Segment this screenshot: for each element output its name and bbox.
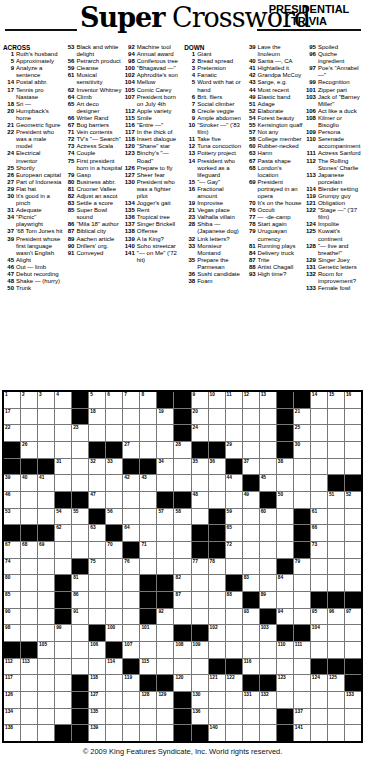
grid-cell[interactable]: 58 — [174, 509, 190, 525]
grid-cell[interactable]: 66 — [311, 525, 327, 541]
grid-cell[interactable]: 81 — [72, 575, 88, 591]
grid-cell[interactable] — [294, 659, 310, 675]
grid-cell[interactable] — [140, 709, 156, 725]
grid-cell[interactable]: 36 — [209, 459, 225, 475]
grid-cell[interactable]: 87 — [174, 592, 190, 608]
grid-cell[interactable]: 129 — [157, 692, 173, 708]
grid-cell[interactable] — [209, 609, 225, 625]
grid-cell[interactable]: 65 — [226, 525, 242, 541]
grid-cell[interactable]: 71 — [140, 542, 156, 558]
grid-cell[interactable] — [260, 442, 276, 458]
grid-cell[interactable] — [89, 575, 105, 591]
grid-cell[interactable]: 38 — [277, 459, 293, 475]
grid-cell[interactable]: 50 — [277, 492, 293, 508]
grid-cell[interactable]: 84 — [277, 575, 293, 591]
grid-cell[interactable]: 3 — [38, 392, 54, 408]
grid-cell[interactable] — [311, 725, 327, 741]
grid-cell[interactable] — [157, 625, 173, 641]
grid-cell[interactable] — [106, 409, 122, 425]
grid-cell[interactable] — [311, 409, 327, 425]
grid-cell[interactable] — [311, 459, 327, 475]
grid-cell[interactable] — [311, 492, 327, 508]
grid-cell[interactable] — [38, 659, 54, 675]
grid-cell[interactable] — [311, 642, 327, 658]
grid-cell[interactable] — [243, 559, 259, 575]
grid-cell[interactable] — [140, 492, 156, 508]
grid-cell[interactable] — [21, 725, 37, 741]
grid-cell[interactable] — [243, 509, 259, 525]
grid-cell[interactable] — [38, 559, 54, 575]
grid-cell[interactable] — [192, 509, 208, 525]
grid-cell[interactable]: 138 — [4, 725, 20, 741]
grid-cell[interactable]: 131 — [243, 692, 259, 708]
grid-cell[interactable] — [123, 625, 139, 641]
grid-cell[interactable]: 53 — [4, 509, 20, 525]
grid-cell[interactable] — [209, 425, 225, 441]
grid-cell[interactable] — [140, 442, 156, 458]
grid-cell[interactable]: 133 — [345, 692, 361, 708]
grid-cell[interactable] — [157, 475, 173, 491]
grid-cell[interactable]: 2 — [21, 392, 37, 408]
grid-cell[interactable]: 104 — [311, 625, 327, 641]
grid-cell[interactable] — [328, 725, 344, 741]
grid-cell[interactable]: 39 — [4, 475, 20, 491]
grid-cell[interactable]: 67 — [4, 542, 20, 558]
grid-cell[interactable]: 86 — [72, 592, 88, 608]
grid-cell[interactable]: 91 — [72, 609, 88, 625]
grid-cell[interactable] — [157, 559, 173, 575]
grid-cell[interactable]: 68 — [21, 542, 37, 558]
grid-cell[interactable] — [294, 575, 310, 591]
grid-cell[interactable]: 34 — [157, 459, 173, 475]
grid-cell[interactable]: 100 — [106, 625, 122, 641]
grid-cell[interactable]: 102 — [209, 625, 225, 641]
grid-cell[interactable]: 137 — [294, 709, 310, 725]
grid-cell[interactable]: 125 — [328, 675, 344, 691]
grid-cell[interactable]: 10 — [209, 392, 225, 408]
grid-cell[interactable]: 43 — [140, 475, 156, 491]
grid-cell[interactable] — [89, 659, 105, 675]
grid-cell[interactable] — [140, 509, 156, 525]
grid-cell[interactable] — [294, 459, 310, 475]
grid-cell[interactable]: 27 — [123, 442, 139, 458]
grid-cell[interactable]: 57 — [157, 509, 173, 525]
grid-cell[interactable] — [38, 575, 54, 591]
grid-cell[interactable] — [192, 659, 208, 675]
grid-cell[interactable]: 109 — [192, 642, 208, 658]
grid-cell[interactable] — [328, 459, 344, 475]
grid-cell[interactable] — [21, 509, 37, 525]
grid-cell[interactable] — [38, 409, 54, 425]
grid-cell[interactable] — [345, 709, 361, 725]
grid-cell[interactable] — [123, 592, 139, 608]
grid-cell[interactable] — [311, 475, 327, 491]
grid-cell[interactable]: 32 — [89, 459, 105, 475]
grid-cell[interactable] — [140, 642, 156, 658]
grid-cell[interactable] — [106, 692, 122, 708]
grid-cell[interactable]: 61 — [311, 509, 327, 525]
grid-cell[interactable] — [192, 675, 208, 691]
grid-cell[interactable] — [192, 575, 208, 591]
grid-cell[interactable] — [38, 425, 54, 441]
grid-cell[interactable] — [55, 542, 71, 558]
grid-cell[interactable]: 35 — [192, 459, 208, 475]
grid-cell[interactable]: 116 — [243, 659, 259, 675]
grid-cell[interactable] — [123, 575, 139, 591]
grid-cell[interactable] — [328, 642, 344, 658]
grid-cell[interactable] — [345, 559, 361, 575]
grid-cell[interactable]: 7 — [123, 392, 139, 408]
grid-cell[interactable]: 13 — [260, 392, 276, 408]
grid-cell[interactable] — [157, 525, 173, 541]
grid-cell[interactable] — [328, 425, 344, 441]
grid-cell[interactable] — [243, 725, 259, 741]
grid-cell[interactable]: 110 — [277, 642, 293, 658]
grid-cell[interactable]: 55 — [72, 509, 88, 525]
grid-cell[interactable]: 90 — [4, 609, 20, 625]
grid-cell[interactable]: 64 — [123, 525, 139, 541]
grid-cell[interactable] — [277, 692, 293, 708]
grid-cell[interactable] — [21, 492, 37, 508]
grid-cell[interactable] — [38, 725, 54, 741]
grid-cell[interactable]: 124 — [311, 675, 327, 691]
grid-cell[interactable] — [277, 592, 293, 608]
grid-cell[interactable] — [209, 575, 225, 591]
grid-cell[interactable]: 140 — [209, 725, 225, 741]
grid-cell[interactable] — [38, 692, 54, 708]
grid-cell[interactable]: 73 — [311, 542, 327, 558]
grid-cell[interactable] — [311, 709, 327, 725]
grid-cell[interactable]: 29 — [226, 442, 242, 458]
grid-cell[interactable]: 141 — [294, 725, 310, 741]
grid-cell[interactable] — [21, 559, 37, 575]
grid-cell[interactable] — [328, 709, 344, 725]
grid-cell[interactable]: 89 — [260, 592, 276, 608]
grid-cell[interactable]: 54 — [55, 509, 71, 525]
grid-cell[interactable] — [72, 525, 88, 541]
grid-cell[interactable] — [106, 475, 122, 491]
grid-cell[interactable]: 25 — [294, 425, 310, 441]
grid-cell[interactable] — [21, 709, 37, 725]
grid-cell[interactable] — [277, 659, 293, 675]
grid-cell[interactable] — [294, 609, 310, 625]
grid-cell[interactable]: 105 — [38, 642, 54, 658]
grid-cell[interactable] — [328, 409, 344, 425]
grid-cell[interactable] — [260, 659, 276, 675]
grid-cell[interactable] — [226, 425, 242, 441]
grid-cell[interactable]: 9 — [192, 392, 208, 408]
grid-cell[interactable] — [328, 559, 344, 575]
grid-cell[interactable] — [277, 542, 293, 558]
grid-cell[interactable] — [209, 692, 225, 708]
grid-cell[interactable] — [89, 475, 105, 491]
grid-cell[interactable] — [277, 475, 293, 491]
grid-cell[interactable] — [106, 559, 122, 575]
grid-cell[interactable]: 76 — [123, 559, 139, 575]
grid-cell[interactable] — [89, 542, 105, 558]
grid-cell[interactable]: 59 — [226, 509, 242, 525]
grid-cell[interactable]: 74 — [4, 559, 20, 575]
grid-cell[interactable] — [260, 642, 276, 658]
grid-cell[interactable] — [328, 525, 344, 541]
grid-cell[interactable] — [72, 475, 88, 491]
grid-cell[interactable] — [345, 525, 361, 541]
grid-cell[interactable] — [38, 492, 54, 508]
grid-cell[interactable] — [174, 559, 190, 575]
grid-cell[interactable] — [345, 409, 361, 425]
grid-cell[interactable] — [209, 709, 225, 725]
grid-cell[interactable]: 48 — [192, 492, 208, 508]
grid-cell[interactable] — [174, 475, 190, 491]
grid-cell[interactable]: 122 — [226, 675, 242, 691]
grid-cell[interactable] — [140, 425, 156, 441]
grid-cell[interactable] — [72, 625, 88, 641]
grid-cell[interactable]: 115 — [140, 659, 156, 675]
grid-cell[interactable]: 60 — [260, 509, 276, 525]
grid-cell[interactable] — [123, 409, 139, 425]
grid-cell[interactable]: 94 — [277, 609, 293, 625]
grid-cell[interactable] — [106, 725, 122, 741]
grid-cell[interactable]: 46 — [4, 492, 20, 508]
grid-cell[interactable] — [157, 442, 173, 458]
grid-cell[interactable] — [157, 642, 173, 658]
grid-cell[interactable]: 4 — [55, 392, 71, 408]
grid-cell[interactable] — [294, 592, 310, 608]
grid-cell[interactable] — [243, 542, 259, 558]
grid-cell[interactable] — [38, 609, 54, 625]
grid-cell[interactable]: 96 — [328, 609, 344, 625]
grid-cell[interactable]: 5 — [89, 392, 105, 408]
grid-cell[interactable] — [243, 425, 259, 441]
grid-cell[interactable]: 45 — [260, 475, 276, 491]
grid-cell[interactable]: 44 — [226, 475, 242, 491]
grid-cell[interactable] — [345, 625, 361, 641]
grid-cell[interactable] — [21, 609, 37, 625]
grid-cell[interactable] — [209, 642, 225, 658]
grid-cell[interactable] — [328, 692, 344, 708]
grid-cell[interactable] — [209, 592, 225, 608]
grid-cell[interactable] — [209, 492, 225, 508]
grid-cell[interactable] — [38, 509, 54, 525]
grid-cell[interactable] — [21, 409, 37, 425]
grid-cell[interactable] — [55, 659, 71, 675]
grid-cell[interactable]: 15 — [328, 392, 344, 408]
grid-cell[interactable]: 83 — [243, 575, 259, 591]
grid-cell[interactable]: 24 — [192, 425, 208, 441]
grid-cell[interactable] — [21, 575, 37, 591]
grid-cell[interactable] — [55, 442, 71, 458]
grid-cell[interactable]: 20 — [192, 409, 208, 425]
grid-cell[interactable] — [89, 592, 105, 608]
grid-cell[interactable] — [38, 592, 54, 608]
grid-cell[interactable] — [277, 509, 293, 525]
grid-cell[interactable] — [72, 459, 88, 475]
grid-cell[interactable]: 56 — [106, 509, 122, 525]
grid-cell[interactable] — [226, 609, 242, 625]
grid-cell[interactable] — [55, 709, 71, 725]
grid-cell[interactable] — [260, 709, 276, 725]
grid-cell[interactable]: 139 — [89, 725, 105, 741]
grid-cell[interactable]: 14 — [311, 392, 327, 408]
grid-cell[interactable]: 121 — [209, 675, 225, 691]
grid-cell[interactable] — [157, 542, 173, 558]
grid-cell[interactable]: 17 — [4, 409, 20, 425]
grid-cell[interactable] — [260, 559, 276, 575]
grid-cell[interactable]: 1 — [4, 392, 20, 408]
grid-cell[interactable]: 26 — [21, 442, 37, 458]
grid-cell[interactable]: 28 — [174, 442, 190, 458]
grid-cell[interactable]: 103 — [260, 625, 276, 641]
grid-cell[interactable] — [140, 409, 156, 425]
grid-cell[interactable] — [328, 442, 344, 458]
grid-cell[interactable] — [157, 659, 173, 675]
grid-cell[interactable]: 118 — [89, 675, 105, 691]
grid-cell[interactable] — [226, 709, 242, 725]
grid-cell[interactable] — [345, 459, 361, 475]
grid-cell[interactable]: 12 — [243, 392, 259, 408]
grid-cell[interactable] — [226, 492, 242, 508]
grid-cell[interactable] — [260, 425, 276, 441]
grid-cell[interactable]: 120 — [174, 675, 190, 691]
grid-cell[interactable]: 78 — [209, 559, 225, 575]
grid-cell[interactable]: 107 — [123, 642, 139, 658]
grid-cell[interactable] — [226, 725, 242, 741]
grid-cell[interactable] — [294, 675, 310, 691]
grid-cell[interactable]: 37 — [243, 459, 259, 475]
grid-cell[interactable]: 33 — [106, 459, 122, 475]
grid-cell[interactable] — [106, 709, 122, 725]
grid-cell[interactable]: 63 — [89, 525, 105, 541]
grid-cell[interactable]: 108 — [174, 642, 190, 658]
grid-cell[interactable] — [72, 659, 88, 675]
grid-cell[interactable]: 21 — [294, 409, 310, 425]
grid-cell[interactable] — [192, 592, 208, 608]
grid-cell[interactable] — [243, 642, 259, 658]
grid-cell[interactable]: 113 — [21, 659, 37, 675]
grid-cell[interactable]: 11 — [226, 392, 242, 408]
grid-cell[interactable]: 117 — [4, 675, 20, 691]
grid-cell[interactable] — [157, 425, 173, 441]
grid-cell[interactable]: 128 — [140, 692, 156, 708]
grid-cell[interactable]: 95 — [311, 609, 327, 625]
grid-cell[interactable] — [345, 542, 361, 558]
grid-cell[interactable]: 112 — [4, 659, 20, 675]
grid-cell[interactable] — [174, 459, 190, 475]
grid-cell[interactable] — [123, 425, 139, 441]
grid-cell[interactable] — [192, 609, 208, 625]
grid-cell[interactable]: 130 — [192, 692, 208, 708]
grid-cell[interactable]: 79 — [294, 559, 310, 575]
grid-cell[interactable]: 69 — [38, 542, 54, 558]
grid-cell[interactable] — [89, 425, 105, 441]
grid-cell[interactable] — [311, 559, 327, 575]
grid-cell[interactable] — [157, 709, 173, 725]
grid-cell[interactable]: 85 — [4, 592, 20, 608]
grid-cell[interactable] — [106, 609, 122, 625]
grid-cell[interactable]: 16 — [345, 392, 361, 408]
grid-cell[interactable] — [260, 409, 276, 425]
grid-cell[interactable]: 126 — [4, 692, 20, 708]
grid-cell[interactable] — [226, 642, 242, 658]
grid-cell[interactable] — [260, 575, 276, 591]
grid-cell[interactable] — [55, 642, 71, 658]
grid-cell[interactable]: 93 — [243, 609, 259, 625]
grid-cell[interactable] — [328, 625, 344, 641]
grid-cell[interactable]: 22 — [4, 425, 20, 441]
grid-cell[interactable]: 70 — [106, 542, 122, 558]
grid-cell[interactable]: 82 — [174, 575, 190, 591]
grid-cell[interactable] — [277, 525, 293, 541]
grid-cell[interactable]: 30 — [294, 442, 310, 458]
grid-cell[interactable] — [123, 692, 139, 708]
grid-cell[interactable] — [106, 575, 122, 591]
grid-cell[interactable] — [345, 425, 361, 441]
grid-cell[interactable]: 123 — [277, 675, 293, 691]
grid-cell[interactable] — [328, 575, 344, 591]
grid-cell[interactable] — [72, 642, 88, 658]
grid-cell[interactable] — [123, 609, 139, 625]
grid-cell[interactable] — [140, 559, 156, 575]
grid-cell[interactable]: 47 — [89, 492, 105, 508]
grid-cell[interactable]: 41 — [38, 475, 54, 491]
grid-cell[interactable] — [174, 542, 190, 558]
grid-cell[interactable] — [345, 642, 361, 658]
grid-cell[interactable] — [345, 509, 361, 525]
grid-cell[interactable]: 134 — [4, 709, 20, 725]
grid-cell[interactable] — [209, 409, 225, 425]
grid-cell[interactable] — [294, 475, 310, 491]
grid-cell[interactable] — [123, 509, 139, 525]
grid-cell[interactable] — [123, 709, 139, 725]
grid-cell[interactable] — [174, 525, 190, 541]
grid-cell[interactable] — [226, 692, 242, 708]
grid-cell[interactable] — [243, 709, 259, 725]
grid-cell[interactable]: 6 — [106, 392, 122, 408]
grid-cell[interactable] — [106, 425, 122, 441]
grid-cell[interactable]: 31 — [55, 459, 71, 475]
grid-cell[interactable]: 23 — [72, 425, 88, 441]
grid-cell[interactable] — [294, 492, 310, 508]
grid-cell[interactable] — [55, 409, 71, 425]
grid-cell[interactable] — [123, 725, 139, 741]
grid-cell[interactable] — [38, 675, 54, 691]
grid-cell[interactable] — [21, 675, 37, 691]
grid-cell[interactable] — [55, 675, 71, 691]
grid-cell[interactable]: 49 — [243, 492, 259, 508]
grid-cell[interactable] — [55, 559, 71, 575]
grid-cell[interactable] — [140, 725, 156, 741]
grid-cell[interactable] — [72, 442, 88, 458]
grid-cell[interactable]: 101 — [140, 625, 156, 641]
grid-cell[interactable]: 99 — [55, 625, 71, 641]
grid-cell[interactable]: 8 — [140, 392, 156, 408]
grid-cell[interactable] — [345, 575, 361, 591]
grid-cell[interactable]: 136 — [192, 709, 208, 725]
grid-cell[interactable] — [21, 692, 37, 708]
grid-cell[interactable] — [106, 675, 122, 691]
grid-cell[interactable] — [106, 492, 122, 508]
grid-cell[interactable] — [21, 592, 37, 608]
grid-cell[interactable] — [106, 592, 122, 608]
grid-cell[interactable]: 98 — [4, 625, 20, 641]
grid-cell[interactable] — [157, 725, 173, 741]
grid-cell[interactable] — [243, 525, 259, 541]
grid-cell[interactable]: 40 — [21, 475, 37, 491]
grid-cell[interactable]: 132 — [260, 692, 276, 708]
grid-cell[interactable]: 111 — [294, 642, 310, 658]
grid-cell[interactable] — [55, 425, 71, 441]
grid-cell[interactable] — [209, 475, 225, 491]
